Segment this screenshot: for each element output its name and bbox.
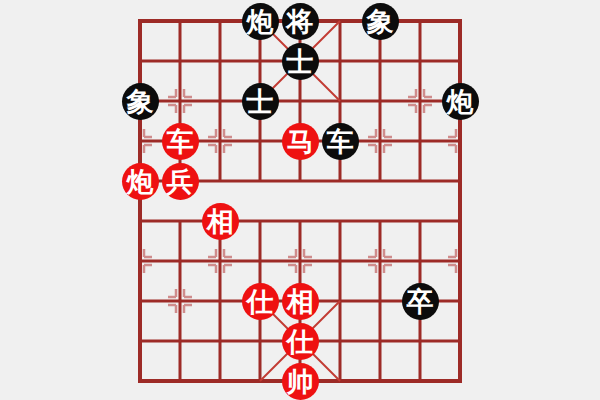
piece-black-chariot[interactable]: 车	[322, 123, 359, 160]
piece-black-elephant[interactable]: 象	[122, 83, 159, 120]
piece-red-horse[interactable]: 马	[282, 123, 319, 160]
piece-red-cannon[interactable]: 炮	[122, 163, 159, 200]
piece-red-advisor[interactable]: 仕	[242, 283, 279, 320]
piece-black-soldier[interactable]: 卒	[402, 283, 439, 320]
xiangqi-board-screenshot: 炮将象士象士炮车马车炮兵相仕相卒仕帅	[0, 0, 600, 400]
piece-black-advisor[interactable]: 士	[242, 83, 279, 120]
pieces-layer: 炮将象士象士炮车马车炮兵相仕相卒仕帅	[120, 1, 480, 400]
piece-red-general[interactable]: 帅	[282, 363, 319, 400]
piece-black-cannon[interactable]: 炮	[242, 3, 279, 40]
piece-red-elephant[interactable]: 相	[282, 283, 319, 320]
piece-black-advisor[interactable]: 士	[282, 43, 319, 80]
piece-red-advisor[interactable]: 仕	[282, 323, 319, 360]
piece-red-chariot[interactable]: 车	[162, 123, 199, 160]
piece-red-elephant[interactable]: 相	[202, 203, 239, 240]
piece-black-general[interactable]: 将	[282, 3, 319, 40]
piece-black-elephant[interactable]: 象	[362, 3, 399, 40]
piece-black-cannon[interactable]: 炮	[442, 83, 479, 120]
piece-red-soldier[interactable]: 兵	[162, 163, 199, 200]
